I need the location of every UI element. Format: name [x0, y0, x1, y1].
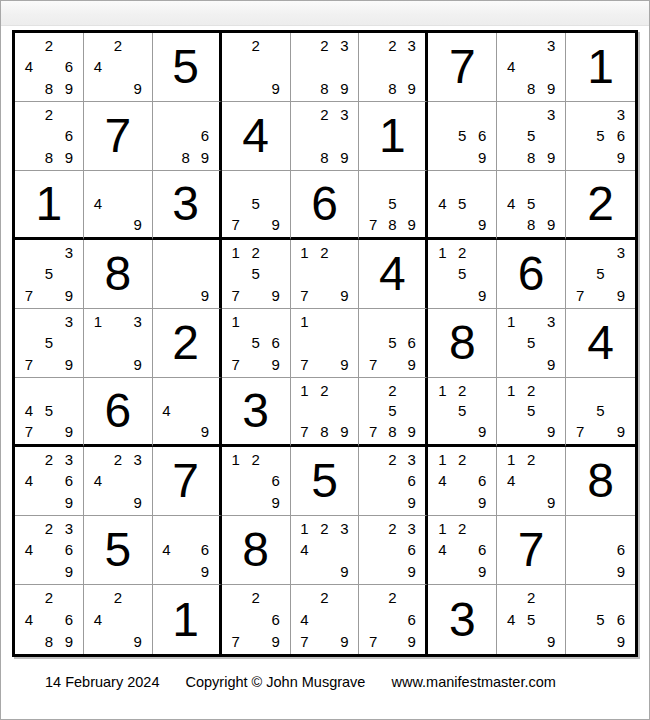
candidate-9: 9 — [59, 147, 79, 168]
candidate-9: 9 — [59, 285, 79, 306]
candidate-9: 9 — [541, 78, 561, 99]
cell-r5c4[interactable]: 15679 — [222, 309, 291, 378]
candidate-empty — [472, 518, 492, 539]
candidate-1: 1 — [501, 449, 521, 470]
candidate-5: 5 — [383, 401, 402, 422]
candidate-empty — [432, 104, 452, 125]
candidate-empty — [570, 401, 590, 422]
candidate-empty — [541, 125, 561, 146]
cell-r4c3[interactable]: 9 — [153, 240, 222, 309]
candidate-2: 2 — [39, 35, 59, 56]
candidate-4: 4 — [501, 470, 521, 491]
candidate-4: 4 — [432, 470, 452, 491]
candidate-empty — [176, 104, 195, 125]
cell-value: 6 — [518, 250, 545, 298]
cell-r7c4[interactable]: 1269 — [222, 447, 291, 516]
candidate-empty — [195, 401, 214, 422]
candidate-empty — [128, 194, 148, 215]
candidate-9: 9 — [402, 630, 421, 652]
cell-r7c5[interactable]: 5 — [291, 447, 360, 516]
candidate-empty — [570, 125, 590, 146]
cell-value: 5 — [311, 457, 338, 505]
candidate-empty — [590, 421, 610, 442]
candidate-empty — [59, 587, 79, 609]
cell-value: 7 — [518, 526, 545, 574]
candidate-7: 7 — [570, 285, 590, 306]
candidate-empty — [541, 332, 561, 353]
candidate-7: 7 — [363, 421, 382, 442]
candidate-empty — [88, 78, 108, 99]
candidate-empty — [19, 449, 39, 470]
cell-r1c5[interactable]: 2389 — [291, 33, 360, 102]
candidate-6: 6 — [402, 609, 421, 631]
cell-value: 2 — [172, 319, 199, 367]
cell-r5c3[interactable]: 2 — [153, 309, 222, 378]
candidate-3: 3 — [334, 104, 354, 125]
candidate-empty — [108, 173, 128, 194]
candidate-empty — [195, 518, 214, 539]
cell-r2c8[interactable]: 3589 — [497, 102, 566, 171]
candidate-empty — [295, 332, 315, 353]
candidate-4: 4 — [295, 609, 315, 631]
candidate-9: 9 — [195, 147, 214, 168]
candidate-empty — [363, 173, 382, 194]
candidate-5: 5 — [39, 263, 59, 284]
candidate-5: 5 — [590, 401, 610, 422]
candidate-empty — [39, 380, 59, 401]
candidate-empty — [402, 401, 421, 422]
candidate-4: 4 — [501, 609, 521, 631]
candidate-empty — [501, 147, 521, 168]
cell-r1c6[interactable]: 2389 — [359, 33, 428, 102]
candidate-empty — [334, 125, 354, 146]
candidate-empty — [246, 630, 266, 652]
candidate-2: 2 — [315, 587, 335, 609]
cell-r3c8[interactable]: 4589 — [497, 171, 566, 240]
candidate-2: 2 — [315, 518, 335, 539]
cell-r9c2[interactable]: 249 — [84, 585, 153, 654]
candidate-empty — [521, 56, 541, 77]
cell-r4c4[interactable]: 12579 — [222, 240, 291, 309]
cell-r6c7[interactable]: 1259 — [428, 378, 497, 447]
candidate-7: 7 — [363, 630, 382, 652]
candidate-empty — [541, 56, 561, 77]
candidate-empty — [402, 587, 421, 609]
cell-r7c6[interactable]: 2369 — [359, 447, 428, 516]
cell-r7c3[interactable]: 7 — [153, 447, 222, 516]
candidate-3: 3 — [59, 518, 79, 539]
candidate-3: 3 — [541, 104, 561, 125]
candidate-empty — [570, 609, 590, 631]
candidate-empty — [226, 492, 246, 513]
candidate-empty — [246, 609, 266, 631]
candidate-3: 3 — [541, 311, 561, 332]
candidate-empty — [19, 561, 39, 582]
cell-r5c5[interactable]: 179 — [291, 309, 360, 378]
cell-r5c1[interactable]: 3579 — [15, 309, 84, 378]
cell-r4c7[interactable]: 1259 — [428, 240, 497, 309]
candidate-2: 2 — [521, 587, 541, 609]
candidate-empty — [521, 354, 541, 375]
candidate-5: 5 — [452, 263, 472, 284]
cell-r1c3[interactable]: 5 — [153, 33, 222, 102]
candidate-empty — [19, 587, 39, 609]
candidate-3: 3 — [334, 35, 354, 56]
candidate-empty — [39, 56, 59, 77]
candidate-empty — [226, 587, 246, 609]
candidate-empty — [195, 263, 214, 284]
cell-r3c9[interactable]: 2 — [566, 171, 635, 240]
cell-r5c8[interactable]: 1359 — [497, 309, 566, 378]
cell-r7c7[interactable]: 12469 — [428, 447, 497, 516]
candidate-empty — [19, 147, 39, 168]
candidate-empty — [59, 35, 79, 56]
candidate-1: 1 — [295, 311, 315, 332]
cell-r2c7[interactable]: 569 — [428, 102, 497, 171]
cell-value: 7 — [104, 112, 131, 160]
candidate-empty — [334, 587, 354, 609]
candidate-9: 9 — [195, 421, 214, 442]
candidate-empty — [157, 147, 176, 168]
candidate-empty — [501, 630, 521, 652]
cell-r8c7[interactable]: 12469 — [428, 516, 497, 585]
cell-r4c9[interactable]: 3579 — [566, 240, 635, 309]
candidate-empty — [501, 35, 521, 56]
candidate-8: 8 — [39, 78, 59, 99]
candidate-empty — [452, 147, 472, 168]
candidate-empty — [128, 173, 148, 194]
candidate-1: 1 — [295, 242, 315, 263]
candidate-empty — [541, 401, 561, 422]
cell-r3c5[interactable]: 6 — [291, 171, 360, 240]
candidate-empty — [402, 311, 421, 332]
candidate-5: 5 — [383, 332, 402, 353]
candidate-empty — [295, 35, 315, 56]
candidate-empty — [570, 518, 590, 539]
candidate-empty — [315, 561, 335, 582]
candidate-empty — [521, 104, 541, 125]
cell-r7c8[interactable]: 1249 — [497, 447, 566, 516]
candidate-6: 6 — [472, 470, 492, 491]
candidate-8: 8 — [315, 421, 335, 442]
candidate-empty — [157, 518, 176, 539]
candidate-1: 1 — [501, 380, 521, 401]
cell-r8c8[interactable]: 7 — [497, 516, 566, 585]
candidate-empty — [432, 421, 452, 442]
candidate-8: 8 — [521, 78, 541, 99]
candidate-9: 9 — [472, 285, 492, 306]
cell-r8c6[interactable]: 2369 — [359, 516, 428, 585]
candidate-empty — [19, 242, 39, 263]
cell-r6c3[interactable]: 49 — [153, 378, 222, 447]
candidate-empty — [541, 587, 561, 609]
cell-r5c2[interactable]: 139 — [84, 309, 153, 378]
cell-r3c6[interactable]: 5789 — [359, 171, 428, 240]
candidate-empty — [246, 173, 266, 194]
candidate-empty — [226, 56, 246, 77]
cell-r8c9[interactable]: 69 — [566, 516, 635, 585]
cell-r2c1[interactable]: 2689 — [15, 102, 84, 171]
cell-r4c1[interactable]: 3579 — [15, 240, 84, 309]
candidate-empty — [590, 147, 610, 168]
candidate-9: 9 — [334, 147, 354, 168]
candidate-empty — [19, 263, 39, 284]
candidate-empty — [541, 609, 561, 631]
cell-r8c4[interactable]: 8 — [222, 516, 291, 585]
candidate-9: 9 — [334, 421, 354, 442]
candidate-empty — [157, 104, 176, 125]
candidate-9: 9 — [266, 630, 286, 652]
candidate-empty — [363, 380, 382, 401]
candidate-6: 6 — [195, 539, 214, 560]
candidate-8: 8 — [315, 147, 335, 168]
candidate-empty — [363, 561, 382, 582]
candidate-2: 2 — [383, 518, 402, 539]
cell-r9c9[interactable]: 569 — [566, 585, 635, 654]
candidate-empty — [402, 173, 421, 194]
sudoku-board: 2468924952923892389734891268976894238915… — [12, 30, 638, 657]
candidate-empty — [334, 380, 354, 401]
candidate-empty — [452, 470, 472, 491]
cell-value: 3 — [172, 180, 199, 228]
candidate-2: 2 — [246, 35, 266, 56]
candidate-1: 1 — [432, 518, 452, 539]
candidate-empty — [19, 492, 39, 513]
candidate-8: 8 — [383, 78, 402, 99]
candidate-empty — [521, 173, 541, 194]
candidate-6: 6 — [59, 125, 79, 146]
cell-r2c6[interactable]: 1 — [359, 102, 428, 171]
candidate-6: 6 — [611, 539, 631, 560]
candidate-empty — [39, 242, 59, 263]
candidate-5: 5 — [590, 263, 610, 284]
candidate-empty — [246, 470, 266, 491]
cell-r9c1[interactable]: 24689 — [15, 585, 84, 654]
candidate-7: 7 — [19, 421, 39, 442]
candidate-empty — [363, 194, 382, 215]
candidate-9: 9 — [611, 421, 631, 442]
cell-r7c9[interactable]: 8 — [566, 447, 635, 516]
candidate-5: 5 — [39, 401, 59, 422]
candidate-9: 9 — [402, 214, 421, 235]
candidate-9: 9 — [195, 285, 214, 306]
candidate-empty — [108, 78, 128, 99]
candidate-empty — [59, 332, 79, 353]
candidate-2: 2 — [315, 104, 335, 125]
candidate-empty — [590, 104, 610, 125]
candidate-empty — [176, 263, 195, 284]
candidate-5: 5 — [521, 609, 541, 631]
candidate-2: 2 — [39, 587, 59, 609]
cell-r9c3[interactable]: 1 — [153, 585, 222, 654]
candidate-empty — [501, 401, 521, 422]
cell-r6c4[interactable]: 3 — [222, 378, 291, 447]
candidate-empty — [452, 173, 472, 194]
cell-r7c2[interactable]: 2349 — [84, 447, 153, 516]
candidate-empty — [590, 380, 610, 401]
candidate-empty — [452, 561, 472, 582]
candidate-5: 5 — [452, 125, 472, 146]
candidate-9: 9 — [541, 214, 561, 235]
cell-r2c5[interactable]: 2389 — [291, 102, 360, 171]
cell-r5c9[interactable]: 4 — [566, 309, 635, 378]
candidate-empty — [363, 449, 382, 470]
cell-r8c1[interactable]: 23469 — [15, 516, 84, 585]
cell-r3c3[interactable]: 3 — [153, 171, 222, 240]
cell-r3c4[interactable]: 579 — [222, 171, 291, 240]
cell-r6c6[interactable]: 25789 — [359, 378, 428, 447]
candidate-1: 1 — [88, 311, 108, 332]
cell-r6c9[interactable]: 579 — [566, 378, 635, 447]
cell-r4c6[interactable]: 4 — [359, 240, 428, 309]
candidate-empty — [88, 214, 108, 235]
cell-r2c9[interactable]: 3569 — [566, 102, 635, 171]
candidate-empty — [432, 492, 452, 513]
candidate-empty — [266, 35, 286, 56]
cell-r6c2[interactable]: 6 — [84, 378, 153, 447]
candidate-empty — [266, 587, 286, 609]
cell-r8c3[interactable]: 469 — [153, 516, 222, 585]
cell-r6c5[interactable]: 12789 — [291, 378, 360, 447]
candidate-empty — [88, 35, 108, 56]
cell-r8c5[interactable]: 12349 — [291, 516, 360, 585]
candidate-empty — [315, 56, 335, 77]
cell-r9c5[interactable]: 2479 — [291, 585, 360, 654]
candidate-5: 5 — [39, 332, 59, 353]
candidate-5: 5 — [383, 194, 402, 215]
cell-r1c2[interactable]: 249 — [84, 33, 153, 102]
candidate-empty — [541, 470, 561, 491]
candidate-empty — [176, 125, 195, 146]
cell-r5c7[interactable]: 8 — [428, 309, 497, 378]
candidate-empty — [570, 380, 590, 401]
candidate-empty — [570, 242, 590, 263]
candidate-9: 9 — [266, 492, 286, 513]
candidate-3: 3 — [402, 449, 421, 470]
cell-r9c6[interactable]: 2679 — [359, 585, 428, 654]
candidate-empty — [128, 35, 148, 56]
cell-r2c2[interactable]: 7 — [84, 102, 153, 171]
cell-value: 3 — [449, 596, 476, 644]
cell-r6c1[interactable]: 4579 — [15, 378, 84, 447]
cell-r1c1[interactable]: 24689 — [15, 33, 84, 102]
candidate-9: 9 — [472, 147, 492, 168]
cell-r4c8[interactable]: 6 — [497, 240, 566, 309]
candidate-empty — [39, 561, 59, 582]
candidate-empty — [246, 56, 266, 77]
candidate-empty — [39, 539, 59, 560]
candidate-2: 2 — [452, 449, 472, 470]
candidate-2: 2 — [315, 35, 335, 56]
candidate-empty — [363, 609, 382, 631]
cell-r6c8[interactable]: 1259 — [497, 378, 566, 447]
cell-value: 6 — [311, 180, 338, 228]
candidate-empty — [19, 35, 39, 56]
candidate-empty — [59, 104, 79, 125]
cell-r1c8[interactable]: 3489 — [497, 33, 566, 102]
candidate-empty — [226, 173, 246, 194]
candidate-empty — [128, 56, 148, 77]
candidate-9: 9 — [334, 561, 354, 582]
candidate-2: 2 — [383, 587, 402, 609]
candidate-2: 2 — [383, 380, 402, 401]
cell-r3c7[interactable]: 459 — [428, 171, 497, 240]
candidate-empty — [315, 354, 335, 375]
candidate-empty — [383, 561, 402, 582]
candidate-empty — [39, 421, 59, 442]
cell-r3c2[interactable]: 49 — [84, 171, 153, 240]
cell-r2c3[interactable]: 689 — [153, 102, 222, 171]
candidate-empty — [39, 609, 59, 631]
candidate-9: 9 — [266, 78, 286, 99]
candidate-empty — [383, 173, 402, 194]
candidate-empty — [452, 285, 472, 306]
cell-r5c6[interactable]: 5679 — [359, 309, 428, 378]
cell-r9c8[interactable]: 2459 — [497, 585, 566, 654]
candidate-empty — [315, 263, 335, 284]
candidate-2: 2 — [452, 380, 472, 401]
candidate-empty — [295, 263, 315, 284]
candidate-9: 9 — [266, 354, 286, 375]
cell-r9c4[interactable]: 2679 — [222, 585, 291, 654]
candidate-8: 8 — [521, 147, 541, 168]
candidate-3: 3 — [59, 311, 79, 332]
candidate-3: 3 — [611, 242, 631, 263]
candidate-3: 3 — [59, 242, 79, 263]
cell-value: 8 — [104, 250, 131, 298]
cell-value: 4 — [379, 250, 406, 298]
candidate-empty — [590, 587, 610, 609]
cell-r3c1[interactable]: 1 — [15, 171, 84, 240]
candidate-empty — [108, 630, 128, 652]
candidate-empty — [334, 401, 354, 422]
cell-r2c4[interactable]: 4 — [222, 102, 291, 171]
top-bar — [1, 1, 649, 26]
candidate-9: 9 — [402, 421, 421, 442]
candidate-empty — [521, 470, 541, 491]
candidate-5: 5 — [590, 125, 610, 146]
candidate-empty — [432, 285, 452, 306]
candidate-1: 1 — [295, 380, 315, 401]
candidate-empty — [541, 380, 561, 401]
cell-r1c7[interactable]: 7 — [428, 33, 497, 102]
candidate-empty — [570, 630, 590, 652]
candidate-3: 3 — [128, 449, 148, 470]
candidate-empty — [611, 587, 631, 609]
candidate-2: 2 — [521, 449, 541, 470]
candidate-6: 6 — [402, 332, 421, 353]
candidate-5: 5 — [452, 194, 472, 215]
candidate-2: 2 — [521, 380, 541, 401]
footer-date: 14 February 2024 — [45, 674, 159, 690]
candidate-empty — [176, 561, 195, 582]
cell-r4c5[interactable]: 1279 — [291, 240, 360, 309]
cell-r7c1[interactable]: 23469 — [15, 447, 84, 516]
candidate-empty — [88, 354, 108, 375]
candidate-9: 9 — [59, 78, 79, 99]
candidate-empty — [452, 492, 472, 513]
candidate-4: 4 — [19, 56, 39, 77]
candidate-empty — [226, 609, 246, 631]
cell-r4c2[interactable]: 8 — [84, 240, 153, 309]
cell-r1c4[interactable]: 29 — [222, 33, 291, 102]
candidate-empty — [570, 104, 590, 125]
cell-value: 1 — [172, 596, 199, 644]
cell-r1c9[interactable]: 1 — [566, 33, 635, 102]
candidate-5: 5 — [246, 332, 266, 353]
cell-r8c2[interactable]: 5 — [84, 516, 153, 585]
cell-r9c7[interactable]: 3 — [428, 585, 497, 654]
